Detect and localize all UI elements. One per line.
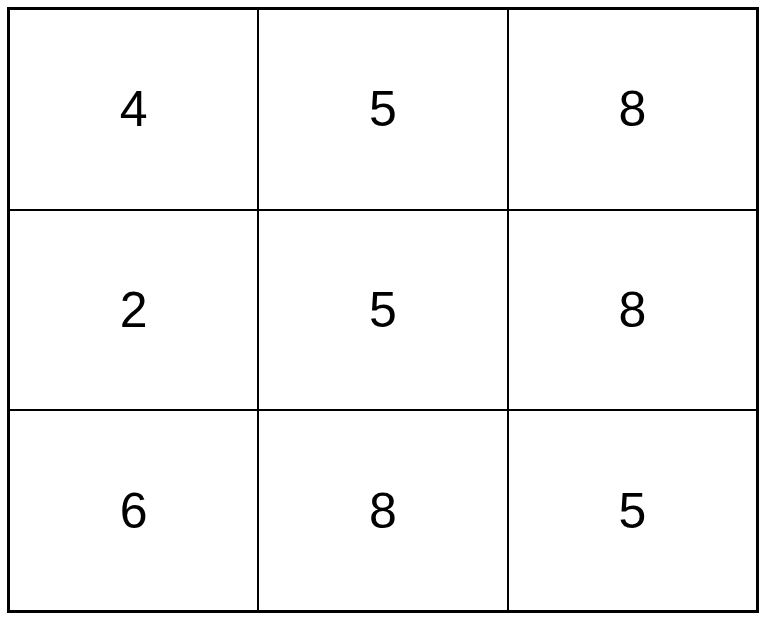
grid-cell-r1c2: 8 [509, 211, 756, 410]
grid-cell-r1c1: 5 [259, 211, 506, 410]
grid-cell-r2c2: 5 [509, 411, 756, 610]
grid-cell-r2c0: 6 [10, 411, 257, 610]
grid-cell-r0c0: 4 [10, 10, 257, 209]
board-grid: 4 5 8 2 5 8 6 8 5 [7, 7, 759, 613]
grid-cell-r0c1: 5 [259, 10, 506, 209]
grid-cell-r1c0: 2 [10, 211, 257, 410]
grid-cell-r2c1: 8 [259, 411, 506, 610]
grid-cell-r0c2: 8 [509, 10, 756, 209]
